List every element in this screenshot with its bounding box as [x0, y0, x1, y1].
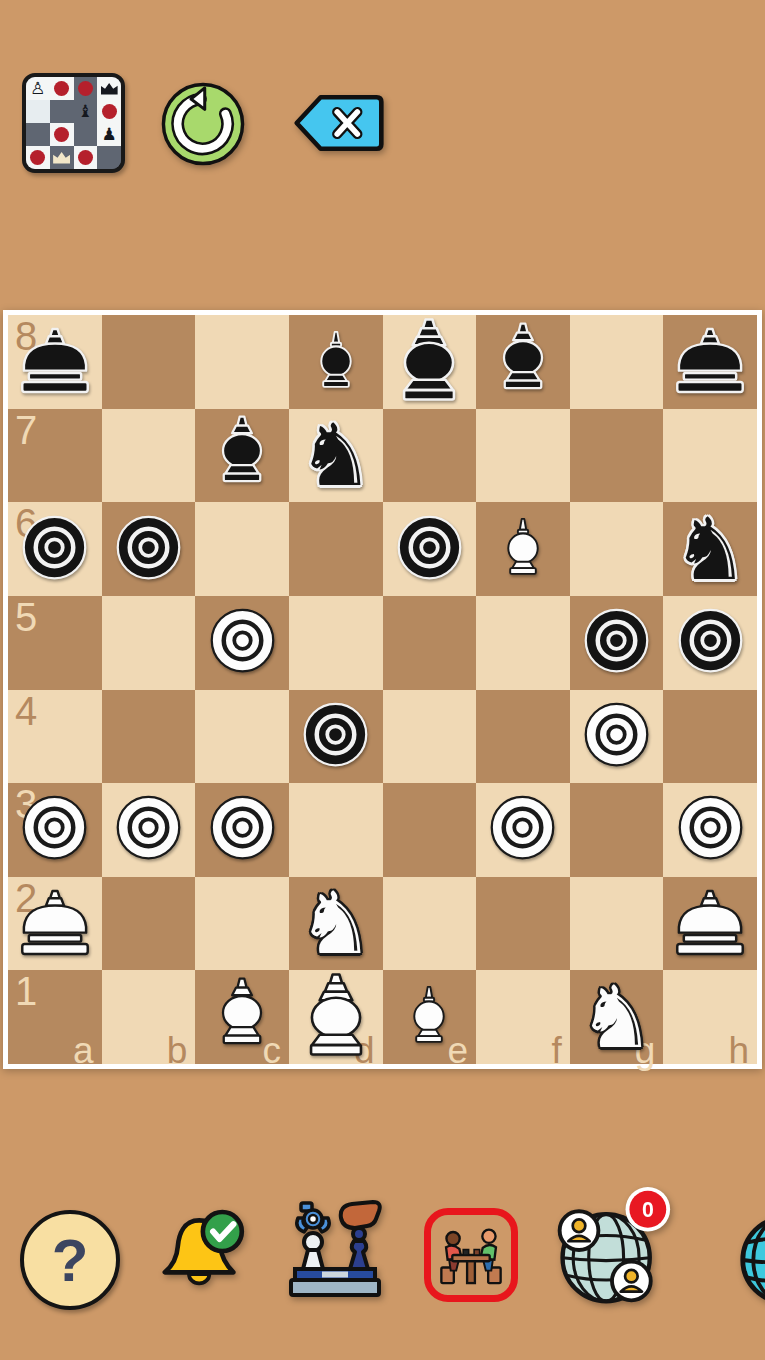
square-e4[interactable]	[383, 690, 477, 784]
editor-icon-cell	[50, 100, 74, 123]
editor-icon-cell	[50, 77, 74, 100]
svg-text:0: 0	[642, 1198, 654, 1222]
rank-label: 3	[15, 783, 37, 825]
piece-white-queen	[491, 515, 555, 583]
piece-white-knight: ♞	[297, 877, 374, 970]
square-b5[interactable]	[102, 596, 196, 690]
editor-icon-cell	[97, 77, 121, 100]
square-e6[interactable]	[383, 502, 477, 596]
editor-icon-cell	[26, 100, 50, 123]
square-d2[interactable]: ♞	[289, 877, 383, 971]
piece-black-king	[386, 317, 472, 407]
editor-icon-cell: ♟	[97, 123, 121, 146]
square-f3[interactable]	[476, 783, 570, 877]
square-g5[interactable]	[570, 596, 664, 690]
square-a6[interactable]: 6	[8, 502, 102, 596]
backspace-icon[interactable]	[293, 94, 385, 154]
check-badge	[203, 1212, 242, 1251]
editor-icon-cell	[74, 123, 98, 146]
piece-white-pawn	[673, 790, 748, 869]
piece-white-rook	[668, 886, 752, 962]
square-c4[interactable]	[195, 690, 289, 784]
help-question-mark: ?	[52, 1226, 89, 1295]
square-f1[interactable]: f	[476, 970, 570, 1064]
editor-icon-cell	[50, 123, 74, 146]
square-h3[interactable]	[663, 783, 757, 877]
square-a4[interactable]: 4	[8, 690, 102, 784]
piece-black-knight: ♞	[297, 409, 374, 502]
square-c1[interactable]: c	[195, 970, 289, 1064]
square-f6[interactable]	[476, 502, 570, 596]
online-count-badge: 0	[626, 1187, 671, 1232]
board-editor-icon[interactable]: ♙♝♟	[22, 73, 125, 173]
piece-black-pawn	[673, 603, 748, 682]
square-e8[interactable]	[383, 315, 477, 409]
file-label: f	[551, 1032, 561, 1069]
rank-label: 4	[15, 690, 37, 732]
file-label: e	[448, 1032, 469, 1069]
square-d6[interactable]	[289, 502, 383, 596]
rank-label: 6	[15, 502, 37, 544]
square-e5[interactable]	[383, 596, 477, 690]
square-d5[interactable]	[289, 596, 383, 690]
piece-black-queen	[304, 328, 368, 396]
square-c7[interactable]	[195, 409, 289, 503]
square-a8[interactable]: 8	[8, 315, 102, 409]
square-g2[interactable]	[570, 877, 664, 971]
piece-white-pawn	[205, 790, 280, 869]
editor-icon-cell	[50, 146, 74, 169]
square-h8[interactable]	[663, 315, 757, 409]
piece-white-pawn	[111, 790, 186, 869]
editor-icon-cell: ♙	[26, 77, 50, 100]
square-h2[interactable]	[663, 877, 757, 971]
play-vs-computer-icon[interactable]	[285, 1198, 385, 1306]
online-play-globe-icon[interactable]	[737, 1212, 765, 1312]
help-icon[interactable]: ?	[20, 1210, 120, 1310]
square-g7[interactable]	[570, 409, 664, 503]
square-a3[interactable]: 3	[8, 783, 102, 877]
square-h4[interactable]	[663, 690, 757, 784]
piece-white-pawn	[485, 790, 560, 869]
square-b2[interactable]	[102, 877, 196, 971]
square-c6[interactable]	[195, 502, 289, 596]
file-label: h	[728, 1032, 749, 1069]
editor-icon-cell	[74, 77, 98, 100]
square-g3[interactable]	[570, 783, 664, 877]
square-h6[interactable]: ♞	[663, 502, 757, 596]
square-d7[interactable]: ♞	[289, 409, 383, 503]
square-b1[interactable]: b	[102, 970, 196, 1064]
file-label: a	[73, 1032, 94, 1069]
makruk-board: 8 7 ♞6 ♞5	[8, 315, 757, 1064]
square-d8[interactable]	[289, 315, 383, 409]
square-e1[interactable]: e	[383, 970, 477, 1064]
square-b3[interactable]	[102, 783, 196, 877]
square-g6[interactable]	[570, 502, 664, 596]
square-c8[interactable]	[195, 315, 289, 409]
square-f7[interactable]	[476, 409, 570, 503]
square-e7[interactable]	[383, 409, 477, 503]
makruk-app-screen: { "game": "makruk", "position": { "fen":…	[0, 0, 765, 1360]
square-h1[interactable]: h	[663, 970, 757, 1064]
square-c5[interactable]	[195, 596, 289, 690]
piece-white-pawn	[205, 603, 280, 682]
piece-black-knight: ♞	[672, 503, 749, 596]
editor-icon-cell	[97, 100, 121, 123]
piece-black-bishop	[485, 322, 561, 402]
square-f2[interactable]	[476, 877, 570, 971]
rank-label: 8	[15, 315, 37, 357]
file-label: c	[262, 1032, 281, 1069]
square-g1[interactable]: g♞	[570, 970, 664, 1064]
piece-black-pawn	[579, 603, 654, 682]
file-label: g	[635, 1032, 656, 1069]
square-b7[interactable]	[102, 409, 196, 503]
square-d3[interactable]	[289, 783, 383, 877]
square-c2[interactable]	[195, 877, 289, 971]
square-h5[interactable]	[663, 596, 757, 690]
rank-label: 1	[15, 970, 37, 1012]
square-a7[interactable]: 7	[8, 409, 102, 503]
rank-label: 2	[15, 877, 37, 919]
square-e3[interactable]	[383, 783, 477, 877]
editor-icon-cell	[97, 146, 121, 169]
square-b6[interactable]	[102, 502, 196, 596]
editor-icon-cell: ♝	[74, 100, 98, 123]
piece-white-pawn	[579, 697, 654, 776]
square-a1[interactable]: 1a	[8, 970, 102, 1064]
piece-black-pawn	[392, 510, 467, 589]
square-f4[interactable]	[476, 690, 570, 784]
piece-black-pawn	[298, 697, 373, 776]
square-b4[interactable]	[102, 690, 196, 784]
online-players-icon[interactable]: 0	[548, 1186, 674, 1316]
square-g4[interactable]	[570, 690, 664, 784]
piece-black-bishop	[204, 415, 280, 495]
square-d1[interactable]: d	[289, 970, 383, 1064]
restart-icon[interactable]	[160, 81, 246, 167]
rank-label: 5	[15, 596, 37, 638]
user-avatar	[612, 1262, 651, 1301]
editor-icon-cell	[26, 146, 50, 169]
square-d4[interactable]	[289, 690, 383, 784]
square-h7[interactable]	[663, 409, 757, 503]
square-c3[interactable]	[195, 783, 289, 877]
user-avatar	[560, 1211, 599, 1250]
square-f8[interactable]	[476, 315, 570, 409]
square-f5[interactable]	[476, 596, 570, 690]
two-players-icon[interactable]	[424, 1208, 518, 1302]
square-g8[interactable]	[570, 315, 664, 409]
square-e2[interactable]	[383, 877, 477, 971]
file-label: b	[167, 1032, 188, 1069]
file-label: d	[354, 1032, 375, 1069]
notifications-icon[interactable]	[150, 1200, 252, 1306]
rank-label: 7	[15, 409, 37, 451]
square-a5[interactable]: 5	[8, 596, 102, 690]
piece-black-pawn	[111, 510, 186, 589]
human-hand	[341, 1202, 380, 1228]
editor-icon-cell	[74, 146, 98, 169]
board-frame: 8 7 ♞6 ♞5	[3, 310, 762, 1069]
editor-icon-cell	[26, 123, 50, 146]
square-a2[interactable]: 2	[8, 877, 102, 971]
square-b8[interactable]	[102, 315, 196, 409]
piece-black-rook	[668, 324, 752, 400]
